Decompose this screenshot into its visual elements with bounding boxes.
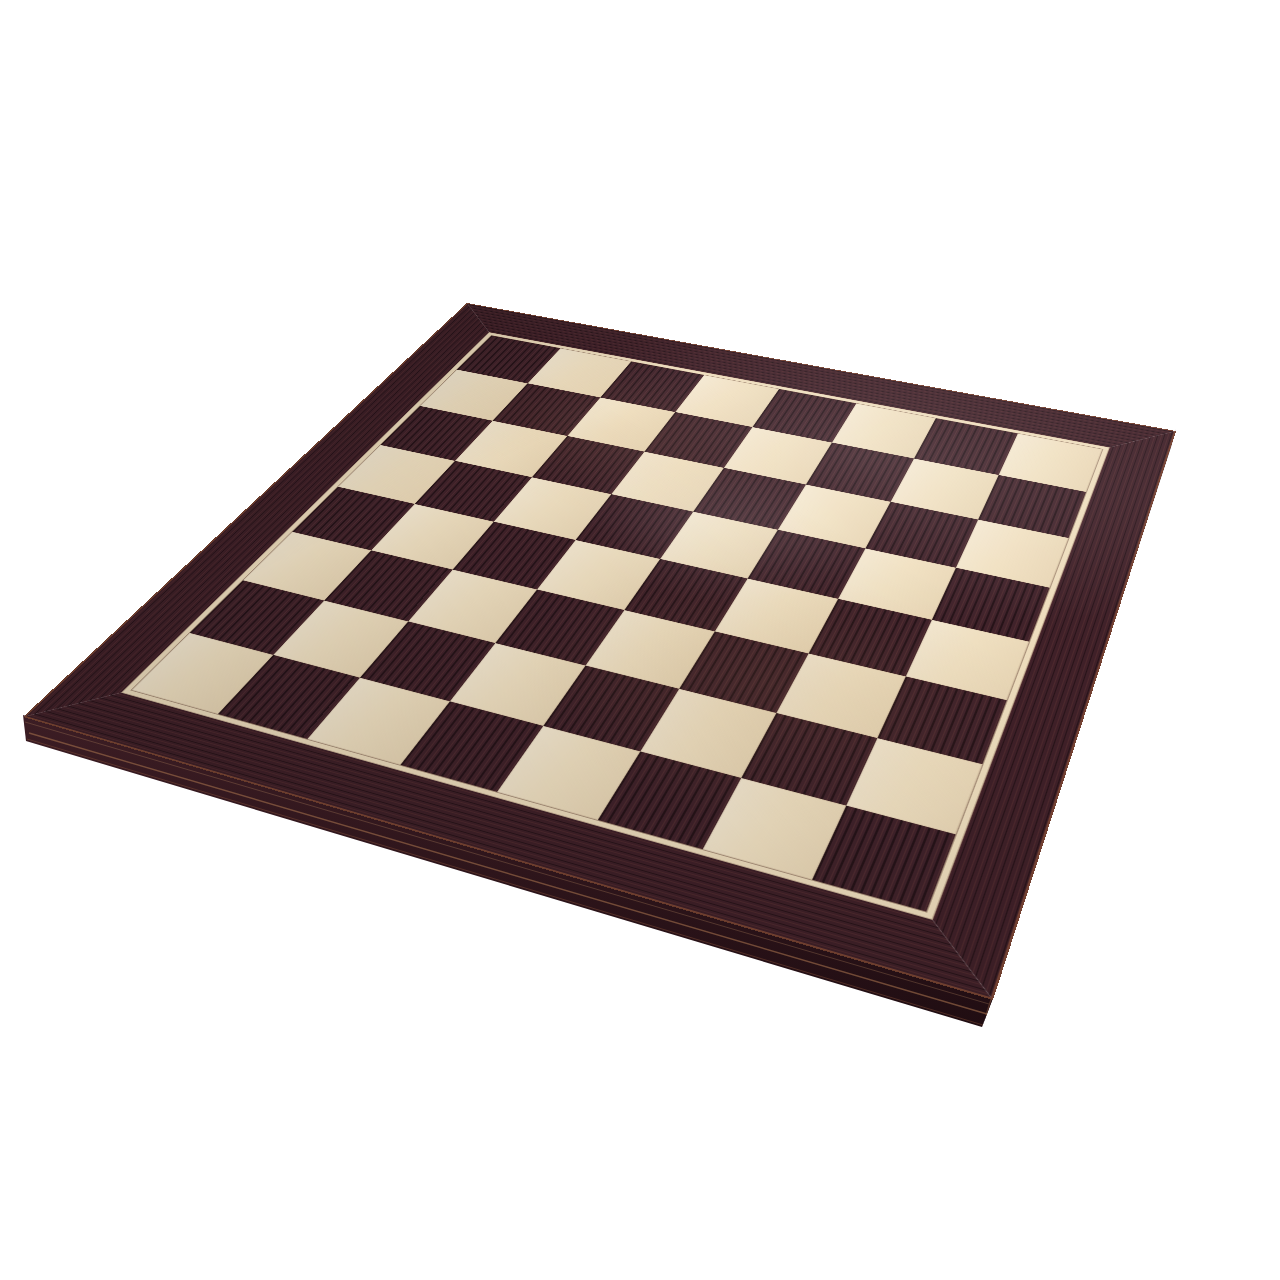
product-photo-stage bbox=[0, 0, 1280, 1280]
